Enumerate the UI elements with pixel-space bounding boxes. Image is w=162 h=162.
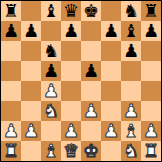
square-g8[interactable]: ♞ xyxy=(121,1,141,21)
square-b6[interactable] xyxy=(21,41,41,61)
black-pawn[interactable]: ♟ xyxy=(83,61,99,81)
square-d7[interactable]: ♟ xyxy=(61,21,81,41)
square-a8[interactable]: ♜ xyxy=(1,1,21,21)
square-e6[interactable] xyxy=(81,41,101,61)
black-knight[interactable]: ♞ xyxy=(43,41,59,61)
square-d6[interactable] xyxy=(61,41,81,61)
square-d3[interactable] xyxy=(61,101,81,121)
square-e7[interactable] xyxy=(81,21,101,41)
square-d2[interactable]: ♟ xyxy=(61,121,81,141)
white-pawn[interactable]: ♟ xyxy=(63,121,79,141)
white-pawn[interactable]: ♟ xyxy=(103,121,119,141)
square-h6[interactable] xyxy=(141,41,161,61)
black-pawn[interactable]: ♟ xyxy=(43,61,59,81)
chess-board: ♜♝♛♚♞♜♟♟♟♟♝♟♞♟♟♟♟♞♟♟♟♟♟♟♝♟♜♝♛♚♞♜ xyxy=(0,0,162,162)
square-f3[interactable] xyxy=(101,101,121,121)
chess-board-container: ♜♝♛♚♞♜♟♟♟♟♝♟♞♟♟♟♟♞♟♟♟♟♟♟♝♟♜♝♛♚♞♜ xyxy=(0,0,162,162)
square-a6[interactable] xyxy=(1,41,21,61)
square-e2[interactable] xyxy=(81,121,101,141)
black-pawn[interactable]: ♟ xyxy=(143,21,159,41)
square-c1[interactable]: ♝ xyxy=(41,141,61,161)
square-d8[interactable]: ♛ xyxy=(61,1,81,21)
square-c2[interactable] xyxy=(41,121,61,141)
black-pawn[interactable]: ♟ xyxy=(123,41,139,61)
white-bishop[interactable]: ♝ xyxy=(43,141,59,161)
square-b4[interactable] xyxy=(21,81,41,101)
white-pawn[interactable]: ♟ xyxy=(83,101,99,121)
white-knight[interactable]: ♞ xyxy=(43,101,59,121)
square-g6[interactable]: ♟ xyxy=(121,41,141,61)
square-h5[interactable] xyxy=(141,61,161,81)
square-h2[interactable]: ♟ xyxy=(141,121,161,141)
white-pawn[interactable]: ♟ xyxy=(143,121,159,141)
square-a2[interactable]: ♟ xyxy=(1,121,21,141)
square-e5[interactable]: ♟ xyxy=(81,61,101,81)
black-pawn[interactable]: ♟ xyxy=(63,21,79,41)
white-pawn[interactable]: ♟ xyxy=(3,121,19,141)
white-queen[interactable]: ♛ xyxy=(63,141,79,161)
white-pawn[interactable]: ♟ xyxy=(123,101,139,121)
square-h4[interactable] xyxy=(141,81,161,101)
black-pawn[interactable]: ♟ xyxy=(103,21,119,41)
black-bishop[interactable]: ♝ xyxy=(43,1,59,21)
square-a4[interactable] xyxy=(1,81,21,101)
white-rook[interactable]: ♜ xyxy=(3,141,19,161)
square-e4[interactable] xyxy=(81,81,101,101)
square-f1[interactable] xyxy=(101,141,121,161)
square-h7[interactable]: ♟ xyxy=(141,21,161,41)
square-f7[interactable]: ♟ xyxy=(101,21,121,41)
square-c3[interactable]: ♞ xyxy=(41,101,61,121)
black-knight[interactable]: ♞ xyxy=(123,1,139,21)
black-pawn[interactable]: ♟ xyxy=(3,21,19,41)
square-c8[interactable]: ♝ xyxy=(41,1,61,21)
white-rook[interactable]: ♜ xyxy=(143,141,159,161)
square-c4[interactable]: ♟ xyxy=(41,81,61,101)
square-g3[interactable]: ♟ xyxy=(121,101,141,121)
square-f4[interactable] xyxy=(101,81,121,101)
square-c5[interactable]: ♟ xyxy=(41,61,61,81)
white-king[interactable]: ♚ xyxy=(83,141,99,161)
square-b3[interactable] xyxy=(21,101,41,121)
white-pawn[interactable]: ♟ xyxy=(43,81,59,101)
black-rook[interactable]: ♜ xyxy=(3,1,19,21)
square-h1[interactable]: ♜ xyxy=(141,141,161,161)
black-pawn[interactable]: ♟ xyxy=(23,21,39,41)
square-f6[interactable] xyxy=(101,41,121,61)
square-f2[interactable]: ♟ xyxy=(101,121,121,141)
square-g1[interactable]: ♞ xyxy=(121,141,141,161)
square-b1[interactable] xyxy=(21,141,41,161)
square-c6[interactable]: ♞ xyxy=(41,41,61,61)
black-queen[interactable]: ♛ xyxy=(63,1,79,21)
square-a1[interactable]: ♜ xyxy=(1,141,21,161)
square-a3[interactable] xyxy=(1,101,21,121)
square-b5[interactable] xyxy=(21,61,41,81)
square-g2[interactable]: ♝ xyxy=(121,121,141,141)
square-e3[interactable]: ♟ xyxy=(81,101,101,121)
black-rook[interactable]: ♜ xyxy=(143,1,159,21)
square-b7[interactable]: ♟ xyxy=(21,21,41,41)
square-h8[interactable]: ♜ xyxy=(141,1,161,21)
white-pawn[interactable]: ♟ xyxy=(23,121,39,141)
square-a7[interactable]: ♟ xyxy=(1,21,21,41)
square-g7[interactable]: ♝ xyxy=(121,21,141,41)
square-d5[interactable] xyxy=(61,61,81,81)
square-g4[interactable] xyxy=(121,81,141,101)
square-d1[interactable]: ♛ xyxy=(61,141,81,161)
square-b8[interactable] xyxy=(21,1,41,21)
square-f8[interactable] xyxy=(101,1,121,21)
square-b2[interactable]: ♟ xyxy=(21,121,41,141)
white-knight[interactable]: ♞ xyxy=(123,141,139,161)
black-bishop[interactable]: ♝ xyxy=(123,21,139,41)
black-king[interactable]: ♚ xyxy=(83,1,99,21)
square-e8[interactable]: ♚ xyxy=(81,1,101,21)
square-f5[interactable] xyxy=(101,61,121,81)
square-d4[interactable] xyxy=(61,81,81,101)
square-a5[interactable] xyxy=(1,61,21,81)
white-bishop[interactable]: ♝ xyxy=(123,121,139,141)
square-g5[interactable] xyxy=(121,61,141,81)
square-c7[interactable] xyxy=(41,21,61,41)
square-h3[interactable] xyxy=(141,101,161,121)
square-e1[interactable]: ♚ xyxy=(81,141,101,161)
